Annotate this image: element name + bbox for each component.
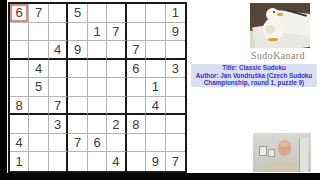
sudoku-cell-r9c7[interactable] (127, 152, 146, 171)
sudoku-cell-r3c4[interactable]: 9 (68, 41, 87, 60)
sudoku-cell-r2c2[interactable] (29, 23, 48, 42)
sudoku-cell-r1c5[interactable] (88, 4, 107, 23)
sudoku-cell-r9c2[interactable] (29, 152, 48, 171)
sudoku-cell-r3c3[interactable]: 4 (49, 41, 68, 60)
puzzle-title: Title: Classic Sudoku (222, 64, 286, 71)
sudoku-cell-r3c7[interactable]: 7 (127, 41, 146, 60)
sudoku-cell-r7c8[interactable] (146, 115, 165, 134)
sudoku-cell-r8c9[interactable] (166, 134, 185, 153)
wall-picture (259, 146, 267, 156)
sudoku-cell-r2c7[interactable] (127, 23, 146, 42)
sudoku-cell-r5c1[interactable] (10, 78, 29, 97)
sudoku-cell-r4c6[interactable] (107, 60, 126, 79)
sudoku-cell-r6c3[interactable]: 7 (49, 97, 68, 116)
sudoku-cell-r7c3[interactable]: 3 (49, 115, 68, 134)
sudoku-cell-r2c1[interactable] (10, 23, 29, 42)
sudoku-cell-r1c8[interactable] (146, 4, 165, 23)
sudoku-cell-r4c9[interactable]: 3 (166, 60, 185, 79)
sudoku-cell-r6c1[interactable]: 8 (10, 97, 29, 116)
sudoku-cell-r9c4[interactable] (68, 152, 87, 171)
sudoku-cell-r7c5[interactable] (88, 115, 107, 134)
sudoku-cell-r9c5[interactable] (88, 152, 107, 171)
sudoku-cell-r1c7[interactable] (127, 4, 146, 23)
sudoku-cell-r3c1[interactable] (10, 41, 29, 60)
puzzle-championship: Championship, round 1, puzzle 9) (204, 79, 304, 86)
sudoku-cell-r9c9[interactable]: 7 (166, 152, 185, 171)
sudoku-cell-r4c4[interactable] (68, 60, 87, 79)
puzzle-info-box: Title: Classic Sudoku Author: Jan Vondru… (191, 64, 317, 87)
sudoku-cell-r8c8[interactable] (146, 134, 165, 153)
sudoku-cell-r1c1[interactable]: 6 (10, 4, 29, 23)
sudoku-cell-r8c3[interactable] (49, 134, 68, 153)
sudoku-cell-r5c9[interactable] (166, 78, 185, 97)
sudoku-cell-r6c8[interactable]: 4 (146, 97, 165, 116)
sudoku-cell-r3c9[interactable] (166, 41, 185, 60)
sudoku-cell-r8c1[interactable]: 4 (10, 134, 29, 153)
sudoku-cell-r9c8[interactable]: 9 (146, 152, 165, 171)
presenter-head-highlight (280, 141, 289, 147)
sudoku-cell-r5c6[interactable] (107, 78, 126, 97)
sudoku-cell-r5c3[interactable] (49, 78, 68, 97)
sudoku-cell-r3c8[interactable] (146, 41, 165, 60)
duck-wing (265, 25, 275, 34)
sudoku-cell-r7c7[interactable]: 8 (127, 115, 146, 134)
sudoku-cell-r6c7[interactable] (127, 97, 146, 116)
sudoku-cell-r3c6[interactable] (107, 41, 126, 60)
sudoku-cell-r7c1[interactable] (10, 115, 29, 134)
sudoku-cell-r5c5[interactable] (88, 78, 107, 97)
sudoku-cell-r9c6[interactable]: 4 (107, 152, 126, 171)
channel-logo: SudoKanard (234, 50, 320, 61)
sudoku-cell-r2c5[interactable]: 1 (88, 23, 107, 42)
sudoku-cell-r5c8[interactable]: 1 (146, 78, 165, 97)
sudoku-cell-r5c2[interactable]: 5 (29, 78, 48, 97)
sudoku-cell-r1c6[interactable] (107, 4, 126, 23)
duck-beak (277, 13, 283, 16)
sudoku-cell-r6c9[interactable] (166, 97, 185, 116)
sudoku-cell-r3c2[interactable] (29, 41, 48, 60)
sudoku-cell-r8c4[interactable]: 7 (68, 134, 87, 153)
sudoku-cell-r9c1[interactable]: 1 (10, 152, 29, 171)
sudoku-cell-r8c5[interactable]: 6 (88, 134, 107, 153)
sudoku-cell-r4c2[interactable]: 4 (29, 60, 48, 79)
presenter-shoulders (266, 161, 298, 172)
sudoku-cell-r4c1[interactable] (10, 60, 29, 79)
sudoku-cell-r1c4[interactable]: 5 (68, 4, 87, 23)
sudoku-cell-r6c4[interactable] (68, 97, 87, 116)
sudoku-cell-r8c2[interactable] (29, 134, 48, 153)
sudoku-cell-r5c4[interactable] (68, 78, 87, 97)
sudoku-cell-r2c6[interactable]: 7 (107, 23, 126, 42)
sudoku-cell-r1c2[interactable]: 7 (29, 4, 48, 23)
sudoku-board: 6751179497463518743284761497 (8, 2, 187, 173)
sudoku-cell-r6c6[interactable] (107, 97, 126, 116)
sudoku-cell-r7c6[interactable]: 2 (107, 115, 126, 134)
presenter-webcam-photo (253, 133, 311, 172)
sudoku-cell-r3c5[interactable] (88, 41, 107, 60)
duck-feet (268, 38, 278, 41)
sudoku-cell-r2c4[interactable] (68, 23, 87, 42)
wall-picture (268, 149, 275, 157)
puzzle-author: Author: Jan Vondruška (Czech Sudoku (196, 72, 312, 79)
sudoku-cell-r8c6[interactable] (107, 134, 126, 153)
door-frame (299, 138, 308, 172)
sudoku-cell-r7c2[interactable] (29, 115, 48, 134)
sudoku-cell-r7c4[interactable] (68, 115, 87, 134)
sudoku-cell-r4c7[interactable]: 6 (127, 60, 146, 79)
sudoku-cell-r4c8[interactable] (146, 60, 165, 79)
duck-eye (273, 11, 275, 13)
sudoku-cell-r6c5[interactable] (88, 97, 107, 116)
sudoku-cell-r2c9[interactable]: 9 (166, 23, 185, 42)
video-frame: 6751179497463518743284761497 SudoKanard … (0, 0, 320, 180)
sudoku-cell-r2c8[interactable] (146, 23, 165, 42)
sudoku-cell-r6c2[interactable] (29, 97, 48, 116)
sudoku-cell-r4c5[interactable] (88, 60, 107, 79)
sudoku-cell-r1c3[interactable] (49, 4, 68, 23)
sudoku-cell-r7c9[interactable] (166, 115, 185, 134)
sudoku-cell-r8c7[interactable] (127, 134, 146, 153)
sudoku-cell-r9c3[interactable] (49, 152, 68, 171)
sudoku-cell-r5c7[interactable] (127, 78, 146, 97)
sudoku-cell-r4c3[interactable] (49, 60, 68, 79)
sudoku-cell-r2c3[interactable] (49, 23, 68, 42)
sudoku-cell-r1c9[interactable]: 1 (166, 4, 185, 23)
duck-mascot-photo (250, 3, 310, 48)
